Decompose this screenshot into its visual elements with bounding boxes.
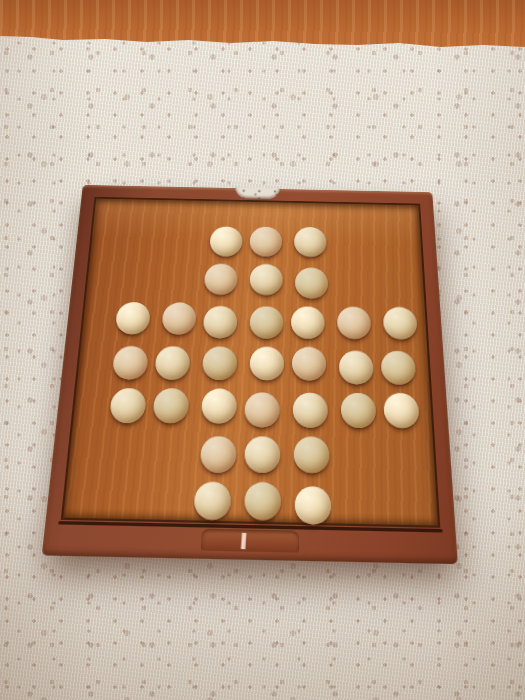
hole — [287, 343, 333, 387]
peg-solitaire-board — [42, 185, 458, 564]
hole — [288, 223, 331, 262]
peg[interactable] — [294, 227, 326, 257]
hole — [378, 388, 426, 434]
peg[interactable] — [199, 436, 236, 473]
peg[interactable] — [340, 393, 376, 429]
board-blank — [333, 433, 381, 481]
board-blank — [140, 476, 191, 526]
peg[interactable] — [244, 392, 279, 428]
hole — [331, 302, 376, 345]
peg[interactable] — [154, 346, 190, 380]
peg[interactable] — [114, 302, 150, 335]
board-blank — [92, 475, 144, 525]
board-surface — [61, 197, 441, 528]
peg[interactable] — [244, 482, 281, 521]
board-blank — [144, 429, 194, 477]
hole — [376, 345, 423, 389]
peg[interactable] — [209, 226, 242, 256]
peg[interactable] — [380, 351, 416, 385]
peg[interactable] — [249, 264, 282, 296]
peg[interactable] — [203, 264, 237, 296]
hole — [196, 341, 243, 385]
peg[interactable] — [293, 436, 329, 473]
hole — [150, 340, 198, 384]
hole — [375, 303, 421, 346]
hole — [286, 479, 335, 529]
hole — [200, 260, 245, 301]
peg[interactable] — [201, 346, 236, 380]
hole — [153, 299, 200, 342]
hole — [147, 384, 196, 430]
hole — [332, 387, 379, 433]
hole — [194, 385, 242, 431]
board-blank — [116, 219, 162, 258]
peg[interactable] — [336, 307, 370, 340]
hole — [245, 222, 288, 261]
peg[interactable] — [294, 486, 331, 525]
board-blank — [380, 434, 429, 482]
hole — [287, 301, 332, 344]
board-blank — [330, 224, 374, 263]
peg[interactable] — [383, 393, 419, 429]
peg[interactable] — [244, 436, 280, 473]
finger-notch — [235, 187, 279, 199]
peg[interactable] — [292, 392, 327, 428]
peg[interactable] — [109, 388, 147, 424]
hole — [286, 432, 334, 480]
hole — [100, 383, 150, 429]
hole — [108, 298, 156, 341]
hole — [244, 261, 288, 302]
peg[interactable] — [249, 226, 282, 256]
peg[interactable] — [295, 267, 328, 299]
board-blank — [381, 481, 431, 531]
board-blank — [334, 480, 383, 530]
peg[interactable] — [161, 302, 196, 335]
lid-notch — [201, 529, 299, 553]
peg[interactable] — [382, 307, 417, 340]
hole — [237, 478, 286, 528]
hole — [242, 301, 287, 344]
hole — [191, 430, 240, 478]
hole — [332, 344, 378, 388]
peg[interactable] — [193, 482, 231, 521]
hole — [287, 386, 334, 432]
hole — [239, 431, 287, 479]
hole — [240, 386, 287, 432]
board-blank — [156, 259, 202, 300]
hole — [241, 342, 287, 386]
peg[interactable] — [111, 346, 148, 380]
board-blank — [96, 428, 147, 476]
board-blank — [112, 258, 159, 299]
peg[interactable] — [202, 306, 237, 339]
board-blank — [159, 220, 204, 259]
peg[interactable] — [201, 388, 237, 424]
board-blank — [330, 262, 374, 303]
peg[interactable] — [291, 347, 325, 381]
peg[interactable] — [249, 347, 284, 381]
peg[interactable] — [152, 388, 189, 424]
peg[interactable] — [338, 350, 373, 384]
hole — [198, 300, 244, 343]
hole — [189, 477, 239, 527]
peg[interactable] — [291, 306, 325, 339]
board-blank — [372, 225, 416, 264]
hole — [105, 339, 154, 383]
peg[interactable] — [249, 306, 283, 339]
hole — [202, 221, 246, 260]
hole — [287, 261, 331, 302]
board-blank — [373, 263, 418, 304]
peg-grid — [92, 219, 432, 531]
